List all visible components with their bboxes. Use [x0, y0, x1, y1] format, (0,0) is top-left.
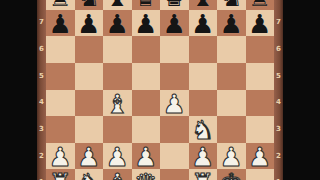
- square-h2[interactable]: ♟: [246, 143, 275, 170]
- square-b2[interactable]: ♟: [75, 143, 104, 170]
- rank-label-4: 4: [274, 99, 283, 106]
- square-b5[interactable]: [75, 63, 104, 90]
- square-g3[interactable]: [217, 116, 246, 143]
- white-bishop-icon: ♝: [106, 170, 129, 180]
- square-a7[interactable]: ♟: [46, 10, 75, 37]
- square-f5[interactable]: [189, 63, 218, 90]
- square-b7[interactable]: ♟: [75, 10, 104, 37]
- rank-label-2: 2: [37, 153, 46, 160]
- square-c3[interactable]: [103, 116, 132, 143]
- rank-label-4: 4: [37, 99, 46, 106]
- white-pawn-icon: ♟: [163, 90, 186, 117]
- square-b1[interactable]: ♞: [75, 169, 104, 180]
- square-c1[interactable]: ♝: [103, 169, 132, 180]
- white-bishop-icon: ♝: [106, 90, 129, 117]
- black-pawn-icon: ♟: [77, 10, 100, 37]
- square-d5[interactable]: [132, 63, 161, 90]
- square-c2[interactable]: ♟: [103, 143, 132, 170]
- rank-label-5: 5: [37, 73, 46, 80]
- white-queen-icon: ♛: [134, 170, 157, 180]
- square-a3[interactable]: [46, 116, 75, 143]
- black-pawn-icon: ♟: [191, 10, 214, 37]
- square-d6[interactable]: [132, 36, 161, 63]
- white-pawn-icon: ♟: [220, 143, 243, 170]
- square-c5[interactable]: [103, 63, 132, 90]
- square-h4[interactable]: [246, 90, 275, 117]
- rank-label-2: 2: [274, 153, 283, 160]
- square-g7[interactable]: ♟: [217, 10, 246, 37]
- square-d1[interactable]: ♛: [132, 169, 161, 180]
- white-pawn-icon: ♟: [106, 143, 129, 170]
- square-e2[interactable]: [160, 143, 189, 170]
- white-pawn-icon: ♟: [49, 143, 72, 170]
- square-g2[interactable]: ♟: [217, 143, 246, 170]
- square-a6[interactable]: [46, 36, 75, 63]
- square-f3[interactable]: ♞: [189, 116, 218, 143]
- square-g6[interactable]: [217, 36, 246, 63]
- white-pawn-icon: ♟: [134, 143, 157, 170]
- square-f2[interactable]: ♟: [189, 143, 218, 170]
- square-f1[interactable]: ♜: [189, 169, 218, 180]
- rank-label-3: 3: [274, 126, 283, 133]
- black-pawn-icon: ♟: [220, 10, 243, 37]
- square-h5[interactable]: [246, 63, 275, 90]
- rank-label-7: 7: [37, 19, 46, 26]
- black-pawn-icon: ♟: [134, 10, 157, 37]
- rank-label-6: 6: [37, 46, 46, 53]
- white-knight-icon: ♞: [77, 170, 100, 180]
- square-c6[interactable]: [103, 36, 132, 63]
- rank-label-1: 1: [37, 179, 46, 180]
- square-d2[interactable]: ♟: [132, 143, 161, 170]
- white-rook-icon: ♜: [49, 170, 72, 180]
- rank-label-5: 5: [274, 73, 283, 80]
- square-a2[interactable]: ♟: [46, 143, 75, 170]
- square-h3[interactable]: [246, 116, 275, 143]
- rank-labels-right: 87654321: [274, 0, 283, 180]
- square-f6[interactable]: [189, 36, 218, 63]
- square-d3[interactable]: [132, 116, 161, 143]
- square-g5[interactable]: [217, 63, 246, 90]
- square-g1[interactable]: ♚: [217, 169, 246, 180]
- rank-label-3: 3: [37, 126, 46, 133]
- video-frame: 87654321 ♜♞♝♛♚♝♞♜♟♟♟♟♟♟♟♟♝♟♞♟♟♟♟♟♟♟♜♞♝♛♜…: [0, 0, 320, 180]
- white-pawn-icon: ♟: [77, 143, 100, 170]
- square-e3[interactable]: [160, 116, 189, 143]
- square-b3[interactable]: [75, 116, 104, 143]
- square-e5[interactable]: [160, 63, 189, 90]
- square-a4[interactable]: [46, 90, 75, 117]
- rank-label-7: 7: [274, 19, 283, 26]
- square-e6[interactable]: [160, 36, 189, 63]
- square-d7[interactable]: ♟: [132, 10, 161, 37]
- black-pawn-icon: ♟: [163, 10, 186, 37]
- square-e7[interactable]: ♟: [160, 10, 189, 37]
- square-a1[interactable]: ♜: [46, 169, 75, 180]
- rank-label-1: 1: [274, 179, 283, 180]
- chess-board: 87654321 ♜♞♝♛♚♝♞♜♟♟♟♟♟♟♟♟♝♟♞♟♟♟♟♟♟♟♜♞♝♛♜…: [37, 0, 283, 180]
- black-pawn-icon: ♟: [248, 10, 271, 37]
- square-c4[interactable]: ♝: [103, 90, 132, 117]
- square-f7[interactable]: ♟: [189, 10, 218, 37]
- square-d4[interactable]: [132, 90, 161, 117]
- black-pawn-icon: ♟: [106, 10, 129, 37]
- square-c7[interactable]: ♟: [103, 10, 132, 37]
- square-g4[interactable]: [217, 90, 246, 117]
- square-e4[interactable]: ♟: [160, 90, 189, 117]
- square-a5[interactable]: [46, 63, 75, 90]
- rank-label-6: 6: [274, 46, 283, 53]
- board-grid: ♜♞♝♛♚♝♞♜♟♟♟♟♟♟♟♟♝♟♞♟♟♟♟♟♟♟♜♞♝♛♜♚: [46, 0, 274, 180]
- square-h6[interactable]: [246, 36, 275, 63]
- square-b4[interactable]: [75, 90, 104, 117]
- white-pawn-icon: ♟: [191, 143, 214, 170]
- white-king-icon: ♚: [220, 170, 243, 180]
- square-f4[interactable]: [189, 90, 218, 117]
- rank-labels-left: 87654321: [37, 0, 46, 180]
- white-knight-icon: ♞: [191, 117, 214, 144]
- white-rook-icon: ♜: [191, 170, 214, 180]
- white-pawn-icon: ♟: [248, 143, 271, 170]
- square-h7[interactable]: ♟: [246, 10, 275, 37]
- square-e1[interactable]: [160, 169, 189, 180]
- square-b6[interactable]: [75, 36, 104, 63]
- black-pawn-icon: ♟: [49, 10, 72, 37]
